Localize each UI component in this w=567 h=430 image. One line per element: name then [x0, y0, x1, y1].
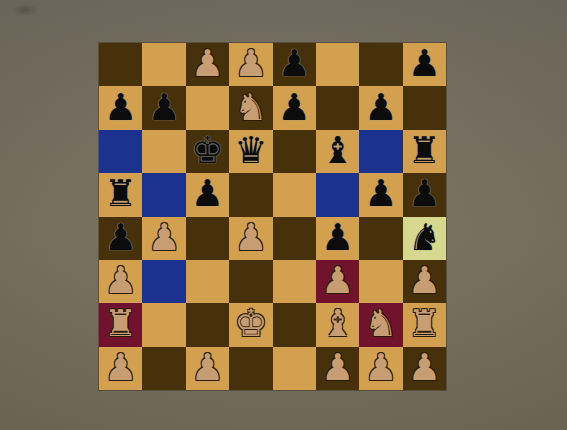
square-a5[interactable]: ♜ — [99, 173, 142, 216]
square-d6[interactable]: ♛ — [229, 130, 272, 173]
black-king-icon: ♚ — [191, 132, 224, 169]
black-pawn-icon: ♟ — [364, 89, 397, 126]
white-bishop-icon: ♝ — [321, 305, 354, 342]
square-d1[interactable] — [229, 347, 272, 390]
square-h7[interactable] — [403, 86, 446, 129]
square-d2[interactable]: ♚ — [229, 303, 272, 346]
square-f2[interactable]: ♝ — [316, 303, 359, 346]
square-d8[interactable]: ♟ — [229, 43, 272, 86]
square-f3[interactable]: ♟ — [316, 260, 359, 303]
white-pawn-icon: ♟ — [191, 45, 224, 82]
square-e6[interactable] — [273, 130, 316, 173]
square-g7[interactable]: ♟ — [359, 86, 402, 129]
square-c3[interactable] — [186, 260, 229, 303]
white-pawn-icon: ♟ — [321, 262, 354, 299]
white-rook-icon: ♜ — [104, 305, 137, 342]
black-pawn-icon: ♟ — [278, 89, 311, 126]
square-f8[interactable] — [316, 43, 359, 86]
black-pawn-icon: ♟ — [408, 45, 441, 82]
square-b8[interactable] — [142, 43, 185, 86]
black-pawn-icon: ♟ — [147, 89, 180, 126]
square-b6[interactable] — [142, 130, 185, 173]
square-e7[interactable]: ♟ — [273, 86, 316, 129]
white-pawn-icon: ♟ — [234, 45, 267, 82]
black-pawn-icon: ♟ — [278, 45, 311, 82]
white-pawn-icon: ♟ — [364, 349, 397, 386]
black-bishop-icon: ♝ — [321, 132, 354, 169]
square-a7[interactable]: ♟ — [99, 86, 142, 129]
square-h8[interactable]: ♟ — [403, 43, 446, 86]
square-h1[interactable]: ♟ — [403, 347, 446, 390]
square-g4[interactable] — [359, 217, 402, 260]
white-pawn-icon: ♟ — [147, 219, 180, 256]
black-pawn-icon: ♟ — [364, 175, 397, 212]
app-background: ♟♟♟♟♟♟♞♟♟♚♛♝♜♜♟♟♟♟♟♟♟♞♟♟♟♜♚♝♞♜♟♟♟♟♟ — [0, 0, 567, 430]
square-c5[interactable]: ♟ — [186, 173, 229, 216]
square-d7[interactable]: ♞ — [229, 86, 272, 129]
square-c6[interactable]: ♚ — [186, 130, 229, 173]
white-king-icon: ♚ — [234, 305, 267, 342]
square-g2[interactable]: ♞ — [359, 303, 402, 346]
square-h6[interactable]: ♜ — [403, 130, 446, 173]
square-a2[interactable]: ♜ — [99, 303, 142, 346]
black-pawn-icon: ♟ — [408, 175, 441, 212]
white-pawn-icon: ♟ — [321, 349, 354, 386]
square-b1[interactable] — [142, 347, 185, 390]
square-b4[interactable]: ♟ — [142, 217, 185, 260]
black-pawn-icon: ♟ — [191, 175, 224, 212]
square-f7[interactable] — [316, 86, 359, 129]
square-d3[interactable] — [229, 260, 272, 303]
square-b3[interactable] — [142, 260, 185, 303]
square-d4[interactable]: ♟ — [229, 217, 272, 260]
square-c1[interactable]: ♟ — [186, 347, 229, 390]
square-e1[interactable] — [273, 347, 316, 390]
square-g6[interactable] — [359, 130, 402, 173]
square-a8[interactable] — [99, 43, 142, 86]
square-c8[interactable]: ♟ — [186, 43, 229, 86]
square-d5[interactable] — [229, 173, 272, 216]
black-knight-icon: ♞ — [408, 219, 441, 256]
white-pawn-icon: ♟ — [408, 262, 441, 299]
white-pawn-icon: ♟ — [104, 262, 137, 299]
square-g8[interactable] — [359, 43, 402, 86]
square-e8[interactable]: ♟ — [273, 43, 316, 86]
chess-board: ♟♟♟♟♟♟♞♟♟♚♛♝♜♜♟♟♟♟♟♟♟♞♟♟♟♜♚♝♞♜♟♟♟♟♟ — [99, 43, 446, 390]
black-pawn-icon: ♟ — [321, 219, 354, 256]
white-knight-icon: ♞ — [234, 89, 267, 126]
square-h2[interactable]: ♜ — [403, 303, 446, 346]
square-h3[interactable]: ♟ — [403, 260, 446, 303]
white-pawn-icon: ♟ — [408, 349, 441, 386]
square-g1[interactable]: ♟ — [359, 347, 402, 390]
square-a4[interactable]: ♟ — [99, 217, 142, 260]
background-light-smudge — [330, 398, 374, 418]
square-f1[interactable]: ♟ — [316, 347, 359, 390]
square-a1[interactable]: ♟ — [99, 347, 142, 390]
black-pawn-icon: ♟ — [104, 219, 137, 256]
square-f4[interactable]: ♟ — [316, 217, 359, 260]
white-pawn-icon: ♟ — [104, 349, 137, 386]
white-rook-icon: ♜ — [408, 305, 441, 342]
square-b7[interactable]: ♟ — [142, 86, 185, 129]
black-pawn-icon: ♟ — [104, 89, 137, 126]
black-rook-icon: ♜ — [408, 132, 441, 169]
square-h4[interactable]: ♞ — [403, 217, 446, 260]
square-a3[interactable]: ♟ — [99, 260, 142, 303]
background-shadow-smudge — [12, 4, 38, 16]
square-h5[interactable]: ♟ — [403, 173, 446, 216]
black-rook-icon: ♜ — [104, 175, 137, 212]
square-c4[interactable] — [186, 217, 229, 260]
white-pawn-icon: ♟ — [191, 349, 224, 386]
white-knight-icon: ♞ — [364, 305, 397, 342]
square-f6[interactable]: ♝ — [316, 130, 359, 173]
white-pawn-icon: ♟ — [234, 219, 267, 256]
square-e4[interactable] — [273, 217, 316, 260]
black-queen-icon: ♛ — [234, 132, 267, 169]
square-a6[interactable] — [99, 130, 142, 173]
square-c2[interactable] — [186, 303, 229, 346]
square-e2[interactable] — [273, 303, 316, 346]
square-b2[interactable] — [142, 303, 185, 346]
square-e3[interactable] — [273, 260, 316, 303]
square-f5[interactable] — [316, 173, 359, 216]
square-g3[interactable] — [359, 260, 402, 303]
square-e5[interactable] — [273, 173, 316, 216]
square-g5[interactable]: ♟ — [359, 173, 402, 216]
square-b5[interactable] — [142, 173, 185, 216]
square-c7[interactable] — [186, 86, 229, 129]
